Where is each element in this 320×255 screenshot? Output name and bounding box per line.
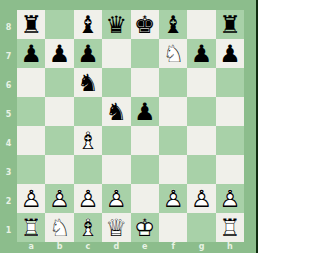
file-label-f: f <box>159 240 187 253</box>
square-c2[interactable]: ♟♙ <box>74 184 102 213</box>
white-piece-outline: ♙ <box>187 184 215 213</box>
white-piece-outline: ♖ <box>216 213 244 242</box>
square-g4[interactable] <box>187 126 215 155</box>
white-piece-fill: ♝ <box>74 213 102 242</box>
square-d5[interactable]: ♞ <box>102 97 130 126</box>
white-piece-outline: ♔ <box>131 213 159 242</box>
piece-wP-g2: ♟♙ <box>187 184 215 213</box>
square-c6[interactable]: ♞ <box>74 68 102 97</box>
square-h7[interactable]: ♟ <box>216 39 244 68</box>
board-squares: ♜♝♛♚♝♜♟♟♟♞♘♟♟♞♞♟♝♗♟♙♟♙♟♙♟♙♟♙♟♙♟♙♜♖♞♘♝♗♛♕… <box>17 10 244 242</box>
piece-bP-h7: ♟ <box>216 39 244 68</box>
white-piece-outline: ♗ <box>74 126 102 155</box>
square-f5[interactable] <box>159 97 187 126</box>
black-piece-glyph: ♝ <box>74 10 102 39</box>
square-f6[interactable] <box>159 68 187 97</box>
piece-bP-a7: ♟ <box>17 39 45 68</box>
square-e8[interactable]: ♚ <box>131 10 159 39</box>
white-piece-outline: ♙ <box>17 184 45 213</box>
square-b1[interactable]: ♞♘ <box>45 213 73 242</box>
piece-bQ-d8: ♛ <box>102 10 130 39</box>
chess-board: 87654321 ♜♝♛♚♝♜♟♟♟♞♘♟♟♞♞♟♝♗♟♙♟♙♟♙♟♙♟♙♟♙♟… <box>0 0 258 253</box>
square-c7[interactable]: ♟ <box>74 39 102 68</box>
square-f3[interactable] <box>159 155 187 184</box>
square-a1[interactable]: ♜♖ <box>17 213 45 242</box>
piece-bP-c7: ♟ <box>74 39 102 68</box>
square-c3[interactable] <box>74 155 102 184</box>
white-piece-outline: ♙ <box>102 184 130 213</box>
file-labels: abcdefgh <box>17 240 244 253</box>
square-a7[interactable]: ♟ <box>17 39 45 68</box>
rank-label-4: 4 <box>0 126 17 155</box>
rank-label-6: 6 <box>0 68 17 97</box>
square-g3[interactable] <box>187 155 215 184</box>
square-a3[interactable] <box>17 155 45 184</box>
file-label-g: g <box>187 240 215 253</box>
piece-wR-h1: ♜♖ <box>216 213 244 242</box>
rank-label-1: 1 <box>0 213 17 242</box>
file-label-e: e <box>131 240 159 253</box>
square-d1[interactable]: ♛♕ <box>102 213 130 242</box>
piece-bB-f8: ♝ <box>159 10 187 39</box>
square-g7[interactable]: ♟ <box>187 39 215 68</box>
square-e5[interactable]: ♟ <box>131 97 159 126</box>
file-label-a: a <box>17 240 45 253</box>
square-d8[interactable]: ♛ <box>102 10 130 39</box>
square-h4[interactable] <box>216 126 244 155</box>
piece-bP-g7: ♟ <box>187 39 215 68</box>
black-piece-glyph: ♟ <box>45 39 73 68</box>
piece-wR-a1: ♜♖ <box>17 213 45 242</box>
square-e6[interactable] <box>131 68 159 97</box>
square-b3[interactable] <box>45 155 73 184</box>
white-piece-outline: ♗ <box>74 213 102 242</box>
square-g2[interactable]: ♟♙ <box>187 184 215 213</box>
square-f7[interactable]: ♞♘ <box>159 39 187 68</box>
square-a6[interactable] <box>17 68 45 97</box>
square-e3[interactable] <box>131 155 159 184</box>
white-piece-outline: ♙ <box>74 184 102 213</box>
piece-bN-d5: ♞ <box>102 97 130 126</box>
file-label-b: b <box>45 240 73 253</box>
square-b6[interactable] <box>45 68 73 97</box>
rank-label-8: 8 <box>0 10 17 39</box>
black-piece-glyph: ♚ <box>131 10 159 39</box>
square-b4[interactable] <box>45 126 73 155</box>
piece-bB-c8: ♝ <box>74 10 102 39</box>
file-label-h: h <box>216 240 244 253</box>
white-piece-outline: ♘ <box>45 213 73 242</box>
white-piece-fill: ♛ <box>102 213 130 242</box>
black-piece-glyph: ♟ <box>74 39 102 68</box>
piece-bK-e8: ♚ <box>131 10 159 39</box>
white-piece-fill: ♟ <box>74 184 102 213</box>
square-e1[interactable]: ♚♔ <box>131 213 159 242</box>
square-f2[interactable]: ♟♙ <box>159 184 187 213</box>
piece-wB-c4: ♝♗ <box>74 126 102 155</box>
black-piece-glyph: ♜ <box>216 10 244 39</box>
rank-labels: 87654321 <box>0 10 17 242</box>
rank-label-7: 7 <box>0 39 17 68</box>
square-b7[interactable]: ♟ <box>45 39 73 68</box>
piece-wK-e1: ♚♔ <box>131 213 159 242</box>
black-piece-glyph: ♟ <box>131 97 159 126</box>
square-d7[interactable] <box>102 39 130 68</box>
piece-wP-a2: ♟♙ <box>17 184 45 213</box>
square-e4[interactable] <box>131 126 159 155</box>
file-label-d: d <box>102 240 130 253</box>
white-piece-outline: ♘ <box>159 39 187 68</box>
square-c8[interactable]: ♝ <box>74 10 102 39</box>
piece-bN-c6: ♞ <box>74 68 102 97</box>
square-h5[interactable] <box>216 97 244 126</box>
square-f4[interactable] <box>159 126 187 155</box>
square-b2[interactable]: ♟♙ <box>45 184 73 213</box>
rank-label-3: 3 <box>0 155 17 184</box>
white-piece-outline: ♕ <box>102 213 130 242</box>
white-piece-fill: ♝ <box>74 126 102 155</box>
piece-wN-b1: ♞♘ <box>45 213 73 242</box>
square-e2[interactable] <box>131 184 159 213</box>
piece-bR-h8: ♜ <box>216 10 244 39</box>
square-g6[interactable] <box>187 68 215 97</box>
white-piece-outline: ♙ <box>45 184 73 213</box>
square-f1[interactable] <box>159 213 187 242</box>
white-piece-fill: ♟ <box>45 184 73 213</box>
white-piece-fill: ♟ <box>17 184 45 213</box>
white-piece-fill: ♞ <box>159 39 187 68</box>
white-piece-fill: ♚ <box>131 213 159 242</box>
square-d3[interactable] <box>102 155 130 184</box>
piece-wB-c1: ♝♗ <box>74 213 102 242</box>
square-a4[interactable] <box>17 126 45 155</box>
square-g1[interactable] <box>187 213 215 242</box>
white-piece-fill: ♟ <box>102 184 130 213</box>
piece-bP-b7: ♟ <box>45 39 73 68</box>
piece-wP-c2: ♟♙ <box>74 184 102 213</box>
white-piece-outline: ♙ <box>216 184 244 213</box>
square-d2[interactable]: ♟♙ <box>102 184 130 213</box>
white-piece-outline: ♖ <box>17 213 45 242</box>
black-piece-glyph: ♛ <box>102 10 130 39</box>
square-c5[interactable] <box>74 97 102 126</box>
black-piece-glyph: ♞ <box>102 97 130 126</box>
white-piece-fill: ♟ <box>187 184 215 213</box>
piece-wQ-d1: ♛♕ <box>102 213 130 242</box>
square-a2[interactable]: ♟♙ <box>17 184 45 213</box>
piece-wN-f7: ♞♘ <box>159 39 187 68</box>
piece-wP-d2: ♟♙ <box>102 184 130 213</box>
square-f8[interactable]: ♝ <box>159 10 187 39</box>
black-piece-glyph: ♞ <box>74 68 102 97</box>
square-b5[interactable] <box>45 97 73 126</box>
white-piece-outline: ♙ <box>159 184 187 213</box>
square-b8[interactable] <box>45 10 73 39</box>
piece-bP-e5: ♟ <box>131 97 159 126</box>
square-h3[interactable] <box>216 155 244 184</box>
square-d6[interactable] <box>102 68 130 97</box>
black-piece-glyph: ♟ <box>187 39 215 68</box>
black-piece-glyph: ♜ <box>17 10 45 39</box>
piece-wP-f2: ♟♙ <box>159 184 187 213</box>
black-piece-glyph: ♝ <box>159 10 187 39</box>
white-piece-fill: ♟ <box>159 184 187 213</box>
white-piece-fill: ♜ <box>216 213 244 242</box>
white-piece-fill: ♞ <box>45 213 73 242</box>
file-label-c: c <box>74 240 102 253</box>
rank-label-5: 5 <box>0 97 17 126</box>
square-c1[interactable]: ♝♗ <box>74 213 102 242</box>
square-d4[interactable] <box>102 126 130 155</box>
square-h2[interactable]: ♟♙ <box>216 184 244 213</box>
rank-label-2: 2 <box>0 184 17 213</box>
white-piece-fill: ♜ <box>17 213 45 242</box>
square-h8[interactable]: ♜ <box>216 10 244 39</box>
square-e7[interactable] <box>131 39 159 68</box>
square-h6[interactable] <box>216 68 244 97</box>
square-g5[interactable] <box>187 97 215 126</box>
black-piece-glyph: ♟ <box>17 39 45 68</box>
square-g8[interactable] <box>187 10 215 39</box>
square-a5[interactable] <box>17 97 45 126</box>
white-piece-fill: ♟ <box>216 184 244 213</box>
square-a8[interactable]: ♜ <box>17 10 45 39</box>
square-h1[interactable]: ♜♖ <box>216 213 244 242</box>
square-c4[interactable]: ♝♗ <box>74 126 102 155</box>
piece-bR-a8: ♜ <box>17 10 45 39</box>
piece-wP-h2: ♟♙ <box>216 184 244 213</box>
black-piece-glyph: ♟ <box>216 39 244 68</box>
piece-wP-b2: ♟♙ <box>45 184 73 213</box>
